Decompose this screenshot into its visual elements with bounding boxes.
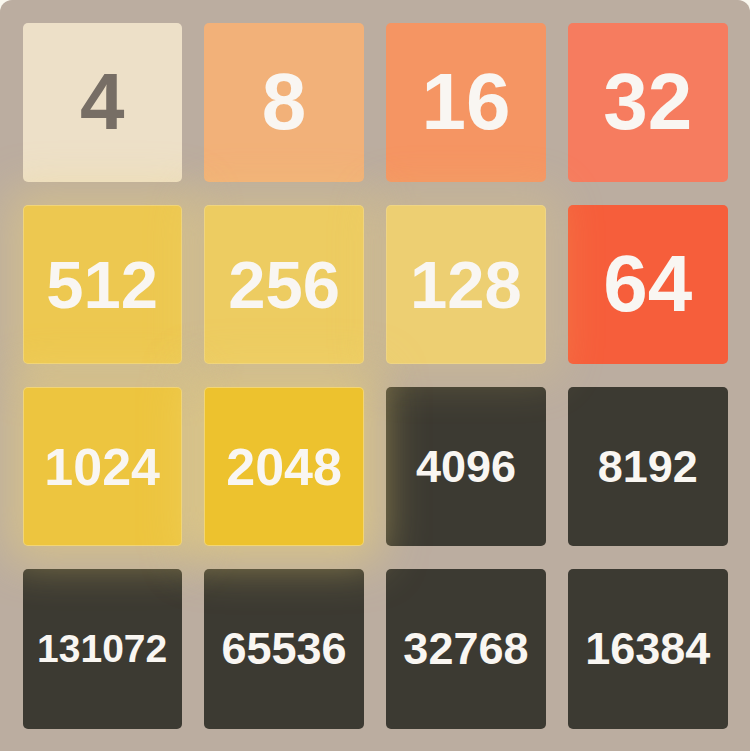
tile-r2c2-256: 256 xyxy=(204,205,363,365)
board-2048[interactable]: 4816325122561286410242048409681921310726… xyxy=(0,0,750,751)
tile-r2c1-512: 512 xyxy=(23,205,182,365)
tile-r4c2-65536: 65536 xyxy=(204,569,363,729)
tile-r1c2-8: 8 xyxy=(204,23,363,183)
tile-r2c4-64: 64 xyxy=(568,205,727,365)
tile-r3c4-8192: 8192 xyxy=(568,387,727,547)
tile-r3c2-2048: 2048 xyxy=(204,387,363,547)
tile-r1c3-16: 16 xyxy=(386,23,545,183)
tile-r2c3-128: 128 xyxy=(386,205,545,365)
tile-r4c4-16384: 16384 xyxy=(568,569,727,729)
tile-r1c4-32: 32 xyxy=(568,23,727,183)
tile-r1c1-4: 4 xyxy=(23,23,182,183)
tile-r3c3-4096: 4096 xyxy=(386,387,545,547)
tile-r3c1-1024: 1024 xyxy=(23,387,182,547)
tile-r4c3-32768: 32768 xyxy=(386,569,545,729)
tile-r4c1-131072: 131072 xyxy=(23,569,182,729)
